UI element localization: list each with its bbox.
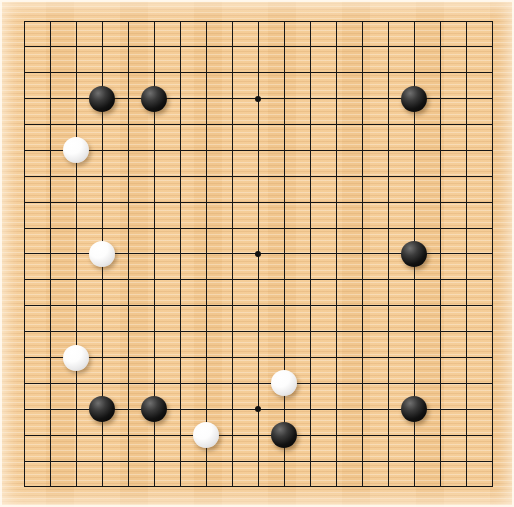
stone-black-Q4[interactable]: [401, 396, 427, 422]
stone-black-D4[interactable]: [89, 396, 115, 422]
grid-line-horizontal: [24, 435, 493, 436]
grid-line-vertical: [388, 21, 389, 488]
star-point: [255, 406, 261, 412]
grid-line-horizontal: [24, 305, 493, 306]
grid-line-vertical: [362, 21, 363, 488]
grid-line-horizontal: [24, 357, 493, 358]
stone-white-H3[interactable]: [193, 422, 219, 448]
stone-black-F16[interactable]: [141, 86, 167, 112]
stone-white-L5[interactable]: [271, 370, 297, 396]
stone-black-Q10[interactable]: [401, 241, 427, 267]
grid-line-vertical: [492, 21, 493, 488]
stone-black-D16[interactable]: [89, 86, 115, 112]
grid-line-vertical: [440, 21, 441, 488]
stone-white-D10[interactable]: [89, 241, 115, 267]
grid-line-vertical: [466, 21, 467, 488]
grid-line-horizontal: [24, 331, 493, 332]
go-board[interactable]: [0, 0, 514, 507]
grid-line-horizontal: [24, 461, 493, 462]
stone-black-L3[interactable]: [271, 422, 297, 448]
stone-white-C6[interactable]: [63, 345, 89, 371]
star-point: [255, 251, 261, 257]
grid-line-horizontal: [24, 486, 493, 487]
stone-white-C14[interactable]: [63, 137, 89, 163]
grid-line-vertical: [336, 21, 337, 488]
grid-line-vertical: [310, 21, 311, 488]
star-point: [255, 96, 261, 102]
stone-black-F4[interactable]: [141, 396, 167, 422]
stone-black-Q16[interactable]: [401, 86, 427, 112]
grid-line-horizontal: [24, 279, 493, 280]
go-board-screenshot: [0, 0, 514, 507]
grid-line-vertical: [284, 21, 285, 488]
grid-line-horizontal: [24, 383, 493, 384]
